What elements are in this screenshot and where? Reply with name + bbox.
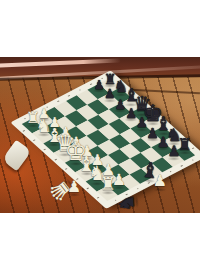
chess-set-photo: ♜♟♞♟♝♟♛♟♟♚♜♟♟♝♞♟♟♞♝♟♟♜♛♟♟♚♟♝♟♝♛♞♟♟♜♟♞ [0,57,200,213]
product-photo-page: ♜♟♞♟♝♟♛♟♟♚♜♟♟♝♞♟♟♞♝♟♟♜♛♟♟♚♟♝♟♝♛♞♟♟♜♟♞ [0,0,200,280]
black-n-glyph: ♞ [116,193,138,213]
black-p-glyph: ♟ [93,79,104,92]
black-p-glyph: ♟ [167,144,180,159]
white-r-glyph: ♜ [100,175,116,193]
white-p-glyph: ♟ [67,179,81,195]
pieces-layer: ♜♟♞♟♝♟♛♟♟♚♜♟♟♝♞♟♟♞♝♟♟♜♛♟♟♚♟♝♟♝♛♞♟♟♜♟♞ [0,57,200,213]
white-p-glyph: ♟ [153,174,167,190]
